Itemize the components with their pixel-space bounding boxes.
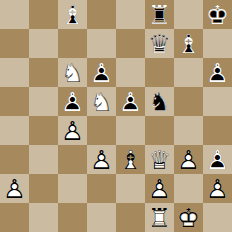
black-rook-fill-glyph: ♜ — [145, 0, 174, 29]
white-pawn-outline-glyph: ♙ — [203, 174, 232, 203]
piece-white-pawn[interactable]: ♟♙ — [0, 174, 29, 203]
piece-black-king[interactable]: ♚♔ — [203, 0, 232, 29]
white-rook-fill-glyph: ♜ — [145, 203, 174, 232]
piece-black-pawn[interactable]: ♟♙ — [203, 145, 232, 174]
square-b7[interactable] — [29, 29, 58, 58]
piece-white-pawn[interactable]: ♟♙ — [174, 145, 203, 174]
black-bishop-outline-glyph: ♗ — [58, 0, 87, 29]
square-h5[interactable] — [203, 87, 232, 116]
white-queen-fill-glyph: ♛ — [145, 145, 174, 174]
square-d5[interactable]: ♞♘ — [87, 87, 116, 116]
piece-black-pawn[interactable]: ♟♙ — [87, 58, 116, 87]
square-f7[interactable]: ♛♕ — [145, 29, 174, 58]
white-knight-fill-glyph: ♞ — [58, 58, 87, 87]
square-c4[interactable]: ♟♙ — [58, 116, 87, 145]
square-a1[interactable] — [0, 203, 29, 232]
square-a8[interactable] — [0, 0, 29, 29]
piece-white-king[interactable]: ♚♔ — [174, 203, 203, 232]
black-rook-outline-glyph: ♖ — [145, 0, 174, 29]
white-king-fill-glyph: ♚ — [174, 203, 203, 232]
square-h8[interactable]: ♚♔ — [203, 0, 232, 29]
square-g5[interactable] — [174, 87, 203, 116]
piece-black-pawn[interactable]: ♟♙ — [203, 58, 232, 87]
square-g7[interactable]: ♝♗ — [174, 29, 203, 58]
square-c2[interactable] — [58, 174, 87, 203]
black-bishop-fill-glyph: ♝ — [58, 0, 87, 29]
black-knight-fill-glyph: ♞ — [145, 87, 174, 116]
white-pawn-outline-glyph: ♙ — [145, 174, 174, 203]
black-pawn-fill-glyph: ♟ — [58, 87, 87, 116]
black-queen-outline-glyph: ♕ — [145, 29, 174, 58]
white-pawn-fill-glyph: ♟ — [174, 145, 203, 174]
square-f5[interactable]: ♞♘ — [145, 87, 174, 116]
square-f4[interactable] — [145, 116, 174, 145]
square-b1[interactable] — [29, 203, 58, 232]
piece-black-pawn[interactable]: ♟♙ — [58, 87, 87, 116]
square-e2[interactable] — [116, 174, 145, 203]
square-b4[interactable] — [29, 116, 58, 145]
piece-white-bishop[interactable]: ♝♗ — [116, 145, 145, 174]
square-a2[interactable]: ♟♙ — [0, 174, 29, 203]
black-pawn-fill-glyph: ♟ — [203, 145, 232, 174]
piece-black-queen[interactable]: ♛♕ — [145, 29, 174, 58]
square-c8[interactable]: ♝♗ — [58, 0, 87, 29]
square-h3[interactable]: ♟♙ — [203, 145, 232, 174]
black-pawn-fill-glyph: ♟ — [87, 58, 116, 87]
white-knight-outline-glyph: ♘ — [87, 87, 116, 116]
piece-white-pawn[interactable]: ♟♙ — [145, 174, 174, 203]
square-c3[interactable] — [58, 145, 87, 174]
piece-white-knight[interactable]: ♞♘ — [58, 58, 87, 87]
white-king-outline-glyph: ♔ — [174, 203, 203, 232]
square-b6[interactable] — [29, 58, 58, 87]
white-pawn-outline-glyph: ♙ — [58, 116, 87, 145]
square-h2[interactable]: ♟♙ — [203, 174, 232, 203]
white-pawn-fill-glyph: ♟ — [203, 174, 232, 203]
piece-black-knight[interactable]: ♞♘ — [145, 87, 174, 116]
black-pawn-outline-glyph: ♙ — [87, 58, 116, 87]
white-knight-fill-glyph: ♞ — [87, 87, 116, 116]
square-g1[interactable]: ♚♔ — [174, 203, 203, 232]
square-e4[interactable] — [116, 116, 145, 145]
square-f6[interactable] — [145, 58, 174, 87]
black-pawn-outline-glyph: ♙ — [203, 145, 232, 174]
black-king-fill-glyph: ♚ — [203, 0, 232, 29]
square-e7[interactable] — [116, 29, 145, 58]
square-d3[interactable]: ♟♙ — [87, 145, 116, 174]
square-d2[interactable] — [87, 174, 116, 203]
square-e5[interactable]: ♟♙ — [116, 87, 145, 116]
black-king-outline-glyph: ♔ — [203, 0, 232, 29]
square-c1[interactable] — [58, 203, 87, 232]
square-e3[interactable]: ♝♗ — [116, 145, 145, 174]
black-bishop-fill-glyph: ♝ — [174, 29, 203, 58]
white-rook-outline-glyph: ♖ — [145, 203, 174, 232]
square-g4[interactable] — [174, 116, 203, 145]
white-pawn-outline-glyph: ♙ — [87, 145, 116, 174]
square-h1[interactable] — [203, 203, 232, 232]
piece-white-knight[interactable]: ♞♘ — [87, 87, 116, 116]
black-bishop-outline-glyph: ♗ — [174, 29, 203, 58]
square-f3[interactable]: ♛♕ — [145, 145, 174, 174]
black-pawn-outline-glyph: ♙ — [203, 58, 232, 87]
square-d4[interactable] — [87, 116, 116, 145]
piece-black-pawn[interactable]: ♟♙ — [116, 87, 145, 116]
square-e6[interactable] — [116, 58, 145, 87]
black-queen-fill-glyph: ♛ — [145, 29, 174, 58]
white-pawn-outline-glyph: ♙ — [174, 145, 203, 174]
square-h7[interactable] — [203, 29, 232, 58]
piece-black-bishop[interactable]: ♝♗ — [174, 29, 203, 58]
white-pawn-fill-glyph: ♟ — [145, 174, 174, 203]
white-bishop-outline-glyph: ♗ — [116, 145, 145, 174]
black-pawn-fill-glyph: ♟ — [116, 87, 145, 116]
square-g6[interactable] — [174, 58, 203, 87]
black-knight-outline-glyph: ♘ — [145, 87, 174, 116]
square-g8[interactable] — [174, 0, 203, 29]
square-a3[interactable] — [0, 145, 29, 174]
square-a6[interactable] — [0, 58, 29, 87]
white-pawn-fill-glyph: ♟ — [58, 116, 87, 145]
square-g3[interactable]: ♟♙ — [174, 145, 203, 174]
square-d7[interactable] — [87, 29, 116, 58]
piece-white-queen[interactable]: ♛♕ — [145, 145, 174, 174]
piece-white-pawn[interactable]: ♟♙ — [87, 145, 116, 174]
piece-white-pawn[interactable]: ♟♙ — [203, 174, 232, 203]
square-d8[interactable] — [87, 0, 116, 29]
square-e1[interactable] — [116, 203, 145, 232]
square-b3[interactable] — [29, 145, 58, 174]
square-b8[interactable] — [29, 0, 58, 29]
square-g2[interactable] — [174, 174, 203, 203]
black-pawn-outline-glyph: ♙ — [58, 87, 87, 116]
square-d6[interactable]: ♟♙ — [87, 58, 116, 87]
white-queen-outline-glyph: ♕ — [145, 145, 174, 174]
square-c6[interactable]: ♞♘ — [58, 58, 87, 87]
white-pawn-fill-glyph: ♟ — [87, 145, 116, 174]
square-h4[interactable] — [203, 116, 232, 145]
square-a5[interactable] — [0, 87, 29, 116]
black-pawn-outline-glyph: ♙ — [116, 87, 145, 116]
piece-black-rook[interactable]: ♜♖ — [145, 0, 174, 29]
black-pawn-fill-glyph: ♟ — [203, 58, 232, 87]
square-c5[interactable]: ♟♙ — [58, 87, 87, 116]
white-knight-outline-glyph: ♘ — [58, 58, 87, 87]
square-b5[interactable] — [29, 87, 58, 116]
square-c7[interactable] — [58, 29, 87, 58]
white-bishop-fill-glyph: ♝ — [116, 145, 145, 174]
square-f1[interactable]: ♜♖ — [145, 203, 174, 232]
square-b2[interactable] — [29, 174, 58, 203]
chess-board: ♝♗♜♖♚♔♛♕♝♗♞♘♟♙♟♙♟♙♞♘♟♙♞♘♟♙♟♙♝♗♛♕♟♙♟♙♟♙♟♙… — [0, 0, 232, 232]
square-a4[interactable] — [0, 116, 29, 145]
square-a7[interactable] — [0, 29, 29, 58]
white-pawn-fill-glyph: ♟ — [0, 174, 29, 203]
piece-black-bishop[interactable]: ♝♗ — [58, 0, 87, 29]
square-d1[interactable] — [87, 203, 116, 232]
square-h6[interactable]: ♟♙ — [203, 58, 232, 87]
square-f2[interactable]: ♟♙ — [145, 174, 174, 203]
square-f8[interactable]: ♜♖ — [145, 0, 174, 29]
white-pawn-outline-glyph: ♙ — [0, 174, 29, 203]
square-e8[interactable] — [116, 0, 145, 29]
piece-white-pawn[interactable]: ♟♙ — [58, 116, 87, 145]
piece-white-rook[interactable]: ♜♖ — [145, 203, 174, 232]
